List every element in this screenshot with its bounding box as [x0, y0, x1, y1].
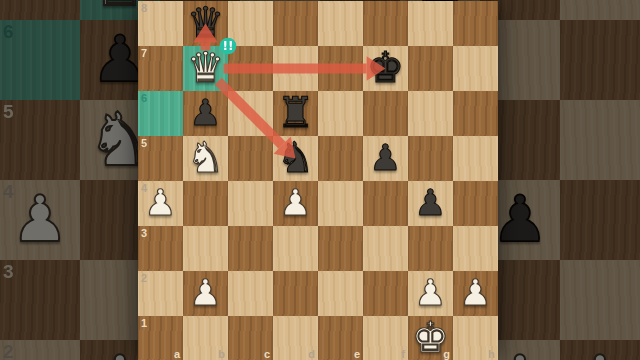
- square-a6: 6: [0, 20, 80, 100]
- black-pawn: ♟: [491, 187, 548, 251]
- square-d6[interactable]: ♜: [273, 91, 318, 136]
- rank-label-6: 6: [141, 93, 147, 104]
- black-knight[interactable]: ♞: [277, 137, 315, 179]
- square-h8[interactable]: [453, 1, 498, 46]
- white-queen[interactable]: ♛: [187, 47, 225, 89]
- white-pawn: ♟: [491, 347, 548, 360]
- square-h4[interactable]: [453, 181, 498, 226]
- square-h7: [560, 0, 640, 20]
- square-b5[interactable]: ♞: [183, 136, 228, 181]
- square-b8[interactable]: ♛: [183, 1, 228, 46]
- rank-label-6: 6: [3, 22, 14, 41]
- white-pawn[interactable]: ♟: [414, 275, 446, 311]
- square-a7: 7: [0, 0, 80, 20]
- chess-board: 8♛7♛♚6♟♜5♞♞♟4♟♟♟32♟♟♟1abcdefg♚h!!: [138, 1, 498, 360]
- rank-label-2: 2: [3, 342, 14, 360]
- square-d8[interactable]: [273, 1, 318, 46]
- square-h4: [560, 180, 640, 260]
- square-e4[interactable]: [318, 181, 363, 226]
- file-label-e: e: [354, 349, 360, 360]
- square-a4: 4♟: [0, 180, 80, 260]
- square-c1[interactable]: c: [228, 316, 273, 360]
- square-g1[interactable]: g♚: [408, 316, 453, 360]
- square-b7[interactable]: ♛: [183, 46, 228, 91]
- rank-label-2: 2: [141, 273, 147, 284]
- square-h2: ♟: [560, 340, 640, 360]
- file-label-a: a: [174, 349, 180, 360]
- square-g6[interactable]: [408, 91, 453, 136]
- square-h3: [560, 260, 640, 340]
- square-f5[interactable]: ♟: [363, 136, 408, 181]
- square-g5[interactable]: [408, 136, 453, 181]
- square-c7[interactable]: [228, 46, 273, 91]
- square-c3[interactable]: [228, 226, 273, 271]
- square-c8[interactable]: [228, 1, 273, 46]
- square-f4[interactable]: [363, 181, 408, 226]
- square-f2[interactable]: [363, 271, 408, 316]
- square-a7[interactable]: 7: [138, 46, 183, 91]
- square-f6[interactable]: [363, 91, 408, 136]
- square-b6[interactable]: ♟: [183, 91, 228, 136]
- square-g2[interactable]: ♟: [408, 271, 453, 316]
- square-g7[interactable]: [408, 46, 453, 91]
- square-d5[interactable]: ♞: [273, 136, 318, 181]
- square-h6[interactable]: [453, 91, 498, 136]
- white-pawn[interactable]: ♟: [279, 185, 311, 221]
- black-queen[interactable]: ♛: [187, 2, 225, 44]
- square-c5[interactable]: [228, 136, 273, 181]
- square-g4[interactable]: ♟: [408, 181, 453, 226]
- square-c2[interactable]: [228, 271, 273, 316]
- square-f8[interactable]: [363, 1, 408, 46]
- square-a6[interactable]: 6: [138, 91, 183, 136]
- square-a5[interactable]: 5: [138, 136, 183, 181]
- white-king[interactable]: ♚: [412, 317, 450, 359]
- square-e3[interactable]: [318, 226, 363, 271]
- square-f3[interactable]: [363, 226, 408, 271]
- square-e8[interactable]: [318, 1, 363, 46]
- rank-label-7: 7: [141, 48, 147, 59]
- square-a8[interactable]: 8: [138, 1, 183, 46]
- square-g3[interactable]: [408, 226, 453, 271]
- square-f1[interactable]: f: [363, 316, 408, 360]
- square-a4[interactable]: 4♟: [138, 181, 183, 226]
- square-g8[interactable]: [408, 1, 453, 46]
- square-a2: 2: [0, 340, 80, 360]
- square-d1[interactable]: d: [273, 316, 318, 360]
- white-pawn: ♟: [11, 187, 68, 251]
- rank-label-1: 1: [141, 318, 147, 329]
- rank-label-3: 3: [141, 228, 147, 239]
- black-pawn[interactable]: ♟: [414, 185, 446, 221]
- rank-label-8: 8: [141, 3, 147, 14]
- square-f7[interactable]: ♚: [363, 46, 408, 91]
- file-label-d: d: [308, 349, 315, 360]
- square-e2[interactable]: [318, 271, 363, 316]
- file-label-c: c: [264, 349, 270, 360]
- file-label-h: h: [488, 349, 495, 360]
- square-d3[interactable]: [273, 226, 318, 271]
- square-h6: [560, 20, 640, 100]
- square-b4[interactable]: [183, 181, 228, 226]
- square-b2[interactable]: ♟: [183, 271, 228, 316]
- file-label-f: f: [401, 349, 405, 360]
- square-d2[interactable]: [273, 271, 318, 316]
- rank-label-5: 5: [141, 138, 147, 149]
- square-b1[interactable]: b: [183, 316, 228, 360]
- square-c6[interactable]: [228, 91, 273, 136]
- square-a1[interactable]: 1a: [138, 316, 183, 360]
- black-king[interactable]: ♚: [367, 47, 405, 89]
- black-pawn[interactable]: ♟: [189, 95, 221, 131]
- square-h1[interactable]: h: [453, 316, 498, 360]
- file-label-b: b: [218, 349, 225, 360]
- square-a2[interactable]: 2: [138, 271, 183, 316]
- square-h5[interactable]: [453, 136, 498, 181]
- white-pawn[interactable]: ♟: [459, 275, 491, 311]
- square-e7[interactable]: [318, 46, 363, 91]
- white-pawn: ♟: [571, 347, 628, 360]
- black-rook[interactable]: ♜: [277, 92, 315, 134]
- square-e6[interactable]: [318, 91, 363, 136]
- square-h5: [560, 100, 640, 180]
- white-pawn[interactable]: ♟: [189, 275, 221, 311]
- square-b3[interactable]: [183, 226, 228, 271]
- square-h7[interactable]: [453, 46, 498, 91]
- square-d4[interactable]: ♟: [273, 181, 318, 226]
- square-h3[interactable]: [453, 226, 498, 271]
- rank-label-3: 3: [3, 262, 14, 281]
- square-a3[interactable]: 3: [138, 226, 183, 271]
- square-e1[interactable]: e: [318, 316, 363, 360]
- square-e5[interactable]: [318, 136, 363, 181]
- white-pawn[interactable]: ♟: [144, 185, 176, 221]
- square-h2[interactable]: ♟: [453, 271, 498, 316]
- square-d7[interactable]: [273, 46, 318, 91]
- black-pawn[interactable]: ♟: [369, 140, 401, 176]
- square-c4[interactable]: [228, 181, 273, 226]
- white-knight[interactable]: ♞: [187, 137, 225, 179]
- rank-label-5: 5: [3, 102, 14, 121]
- square-a5: 5: [0, 100, 80, 180]
- square-a3: 3: [0, 260, 80, 340]
- video-frame: 8♛7♛♚6♟♜5♞♞♟4♟♟♟32♟♟♟1abcdefg♚h!! 8♛7♛♚6…: [0, 0, 640, 360]
